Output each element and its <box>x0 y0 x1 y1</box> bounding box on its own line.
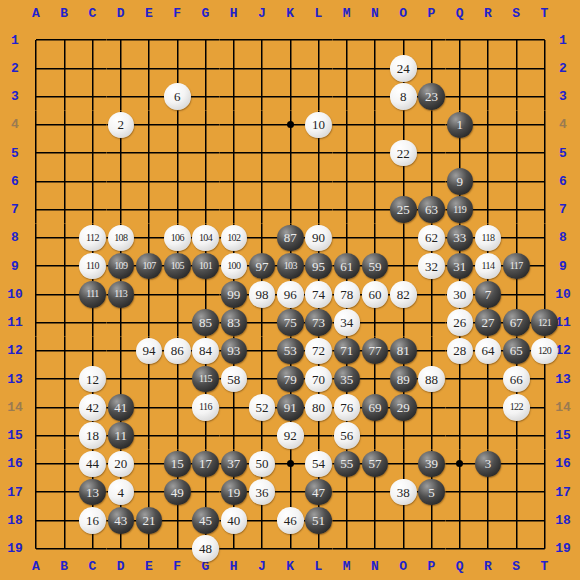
stone-41-D14[interactable]: 41 <box>108 394 135 421</box>
intersection-Q3[interactable] <box>446 82 474 110</box>
intersection-J3[interactable] <box>248 82 276 110</box>
stone-55-M16[interactable]: 55 <box>334 451 361 478</box>
stone-99-H10[interactable]: 99 <box>221 281 248 308</box>
intersection-A19[interactable] <box>22 534 50 562</box>
intersection-C10[interactable]: 111 <box>78 280 106 308</box>
stone-39-P16[interactable]: 39 <box>418 451 445 478</box>
intersection-C14[interactable]: 42 <box>78 393 106 421</box>
intersection-O5[interactable]: 22 <box>389 139 417 167</box>
intersection-R11[interactable]: 27 <box>474 308 502 336</box>
stone-37-H16[interactable]: 37 <box>221 451 248 478</box>
intersection-M2[interactable] <box>333 54 361 82</box>
intersection-T17[interactable] <box>530 478 558 506</box>
stone-22-O5[interactable]: 22 <box>390 140 417 167</box>
intersection-B8[interactable] <box>50 224 78 252</box>
intersection-H17[interactable]: 19 <box>220 478 248 506</box>
intersection-B7[interactable] <box>50 195 78 223</box>
intersection-E13[interactable] <box>135 365 163 393</box>
intersection-F9[interactable]: 105 <box>163 252 191 280</box>
intersection-N9[interactable]: 59 <box>361 252 389 280</box>
intersection-F5[interactable] <box>163 139 191 167</box>
intersection-L12[interactable]: 72 <box>304 337 332 365</box>
intersection-O3[interactable]: 8 <box>389 82 417 110</box>
intersection-G14[interactable]: 116 <box>191 393 219 421</box>
stone-31-Q9[interactable]: 31 <box>447 253 474 280</box>
intersection-E2[interactable] <box>135 54 163 82</box>
intersection-O19[interactable] <box>389 534 417 562</box>
intersection-O10[interactable]: 82 <box>389 280 417 308</box>
stone-18-C15[interactable]: 18 <box>79 422 106 449</box>
stone-27-R11[interactable]: 27 <box>475 309 502 336</box>
intersection-S5[interactable] <box>502 139 530 167</box>
intersection-M8[interactable] <box>333 224 361 252</box>
intersection-H13[interactable]: 58 <box>220 365 248 393</box>
stone-78-M10[interactable]: 78 <box>334 281 361 308</box>
stone-8-O3[interactable]: 8 <box>390 83 417 110</box>
intersection-J13[interactable] <box>248 365 276 393</box>
intersection-Q5[interactable] <box>446 139 474 167</box>
intersection-T15[interactable] <box>530 421 558 449</box>
stone-1-Q4[interactable]: 1 <box>447 112 474 139</box>
stone-46-K18[interactable]: 46 <box>277 507 304 534</box>
intersection-L7[interactable] <box>304 195 332 223</box>
intersection-O6[interactable] <box>389 167 417 195</box>
stone-117-S9[interactable]: 117 <box>503 253 530 280</box>
intersection-P1[interactable] <box>417 26 445 54</box>
stone-20-D16[interactable]: 20 <box>108 451 135 478</box>
stone-108-D8[interactable]: 108 <box>108 225 135 252</box>
intersection-J19[interactable] <box>248 534 276 562</box>
intersection-J5[interactable] <box>248 139 276 167</box>
intersection-Q16[interactable] <box>446 450 474 478</box>
intersection-L2[interactable] <box>304 54 332 82</box>
intersection-B4[interactable] <box>50 111 78 139</box>
stone-58-H13[interactable]: 58 <box>221 366 248 393</box>
intersection-H15[interactable] <box>220 421 248 449</box>
intersection-A4[interactable] <box>22 111 50 139</box>
stone-51-L18[interactable]: 51 <box>305 507 332 534</box>
stone-96-K10[interactable]: 96 <box>277 281 304 308</box>
stone-50-J16[interactable]: 50 <box>249 451 276 478</box>
intersection-F6[interactable] <box>163 167 191 195</box>
stone-13-C17[interactable]: 13 <box>79 479 106 506</box>
intersection-T10[interactable] <box>530 280 558 308</box>
intersection-J8[interactable] <box>248 224 276 252</box>
intersection-T16[interactable] <box>530 450 558 478</box>
stone-114-R9[interactable]: 114 <box>475 253 502 280</box>
intersection-P19[interactable] <box>417 534 445 562</box>
intersection-M5[interactable] <box>333 139 361 167</box>
intersection-A2[interactable] <box>22 54 50 82</box>
intersection-M4[interactable] <box>333 111 361 139</box>
intersection-E16[interactable] <box>135 450 163 478</box>
intersection-T8[interactable] <box>530 224 558 252</box>
intersection-C9[interactable]: 110 <box>78 252 106 280</box>
intersection-Q1[interactable] <box>446 26 474 54</box>
intersection-M13[interactable]: 35 <box>333 365 361 393</box>
stone-70-L13[interactable]: 70 <box>305 366 332 393</box>
intersection-P2[interactable] <box>417 54 445 82</box>
stone-113-D10[interactable]: 113 <box>108 281 135 308</box>
intersection-P5[interactable] <box>417 139 445 167</box>
intersection-C18[interactable]: 16 <box>78 506 106 534</box>
intersection-H2[interactable] <box>220 54 248 82</box>
intersection-A5[interactable] <box>22 139 50 167</box>
intersection-E4[interactable] <box>135 111 163 139</box>
intersection-S13[interactable]: 66 <box>502 365 530 393</box>
intersection-P12[interactable] <box>417 337 445 365</box>
intersection-Q15[interactable] <box>446 421 474 449</box>
intersection-E11[interactable] <box>135 308 163 336</box>
intersection-F1[interactable] <box>163 26 191 54</box>
intersection-L4[interactable]: 10 <box>304 111 332 139</box>
intersection-L6[interactable] <box>304 167 332 195</box>
intersection-B19[interactable] <box>50 534 78 562</box>
intersection-R1[interactable] <box>474 26 502 54</box>
intersection-H5[interactable] <box>220 139 248 167</box>
intersection-C17[interactable]: 13 <box>78 478 106 506</box>
intersection-R3[interactable] <box>474 82 502 110</box>
stone-121-T11[interactable]: 121 <box>531 309 558 336</box>
intersection-A10[interactable] <box>22 280 50 308</box>
stone-35-M13[interactable]: 35 <box>334 366 361 393</box>
intersection-F10[interactable] <box>163 280 191 308</box>
intersection-G7[interactable] <box>191 195 219 223</box>
intersection-J10[interactable]: 98 <box>248 280 276 308</box>
stone-56-M15[interactable]: 56 <box>334 422 361 449</box>
intersection-E7[interactable] <box>135 195 163 223</box>
intersection-A17[interactable] <box>22 478 50 506</box>
stone-101-G9[interactable]: 101 <box>192 253 219 280</box>
intersection-E8[interactable] <box>135 224 163 252</box>
stone-6-F3[interactable]: 6 <box>164 83 191 110</box>
intersection-B5[interactable] <box>50 139 78 167</box>
intersection-C2[interactable] <box>78 54 106 82</box>
intersection-B3[interactable] <box>50 82 78 110</box>
intersection-K16[interactable] <box>276 450 304 478</box>
intersection-C19[interactable] <box>78 534 106 562</box>
intersection-Q4[interactable]: 1 <box>446 111 474 139</box>
intersection-B1[interactable] <box>50 26 78 54</box>
intersection-D2[interactable] <box>107 54 135 82</box>
stone-61-M9[interactable]: 61 <box>334 253 361 280</box>
stone-115-G13[interactable]: 115 <box>192 366 219 393</box>
intersection-J16[interactable]: 50 <box>248 450 276 478</box>
intersection-L11[interactable]: 73 <box>304 308 332 336</box>
intersection-P3[interactable]: 23 <box>417 82 445 110</box>
stone-119-Q7[interactable]: 119 <box>447 196 474 223</box>
intersection-D10[interactable]: 113 <box>107 280 135 308</box>
intersection-N10[interactable]: 60 <box>361 280 389 308</box>
intersection-M12[interactable]: 71 <box>333 337 361 365</box>
intersection-G4[interactable] <box>191 111 219 139</box>
intersection-O14[interactable]: 29 <box>389 393 417 421</box>
intersection-P17[interactable]: 5 <box>417 478 445 506</box>
intersection-N5[interactable] <box>361 139 389 167</box>
stone-54-L16[interactable]: 54 <box>305 451 332 478</box>
intersection-S1[interactable] <box>502 26 530 54</box>
intersection-F3[interactable]: 6 <box>163 82 191 110</box>
intersection-R18[interactable] <box>474 506 502 534</box>
intersection-T11[interactable]: 121 <box>530 308 558 336</box>
intersection-F7[interactable] <box>163 195 191 223</box>
stone-36-J17[interactable]: 36 <box>249 479 276 506</box>
intersection-D1[interactable] <box>107 26 135 54</box>
intersection-A3[interactable] <box>22 82 50 110</box>
intersection-H12[interactable]: 93 <box>220 337 248 365</box>
intersection-B18[interactable] <box>50 506 78 534</box>
stone-48-G19[interactable]: 48 <box>192 535 219 562</box>
intersection-O4[interactable] <box>389 111 417 139</box>
intersection-S17[interactable] <box>502 478 530 506</box>
stone-29-O14[interactable]: 29 <box>390 394 417 421</box>
intersection-H16[interactable]: 37 <box>220 450 248 478</box>
intersection-F15[interactable] <box>163 421 191 449</box>
intersection-H4[interactable] <box>220 111 248 139</box>
intersection-T14[interactable] <box>530 393 558 421</box>
intersection-D16[interactable]: 20 <box>107 450 135 478</box>
intersection-H14[interactable] <box>220 393 248 421</box>
intersection-D17[interactable]: 4 <box>107 478 135 506</box>
stone-34-M11[interactable]: 34 <box>334 309 361 336</box>
intersection-S9[interactable]: 117 <box>502 252 530 280</box>
stone-62-P8[interactable]: 62 <box>418 225 445 252</box>
stone-74-L10[interactable]: 74 <box>305 281 332 308</box>
intersection-G15[interactable] <box>191 421 219 449</box>
intersection-S14[interactable]: 122 <box>502 393 530 421</box>
intersection-T3[interactable] <box>530 82 558 110</box>
stone-59-N9[interactable]: 59 <box>362 253 389 280</box>
intersection-N1[interactable] <box>361 26 389 54</box>
intersection-C6[interactable] <box>78 167 106 195</box>
stone-42-C14[interactable]: 42 <box>79 394 106 421</box>
intersection-S11[interactable]: 67 <box>502 308 530 336</box>
stone-4-D17[interactable]: 4 <box>108 479 135 506</box>
intersection-G11[interactable]: 85 <box>191 308 219 336</box>
intersection-N19[interactable] <box>361 534 389 562</box>
intersection-R2[interactable] <box>474 54 502 82</box>
intersection-P14[interactable] <box>417 393 445 421</box>
intersection-K14[interactable]: 91 <box>276 393 304 421</box>
stone-57-N16[interactable]: 57 <box>362 451 389 478</box>
stone-9-Q6[interactable]: 9 <box>447 168 474 195</box>
intersection-K11[interactable]: 75 <box>276 308 304 336</box>
intersection-F11[interactable] <box>163 308 191 336</box>
intersection-S15[interactable] <box>502 421 530 449</box>
intersection-Q10[interactable]: 30 <box>446 280 474 308</box>
intersection-P8[interactable]: 62 <box>417 224 445 252</box>
stone-15-F16[interactable]: 15 <box>164 451 191 478</box>
intersection-R4[interactable] <box>474 111 502 139</box>
intersection-K10[interactable]: 96 <box>276 280 304 308</box>
intersection-H11[interactable]: 83 <box>220 308 248 336</box>
intersection-S6[interactable] <box>502 167 530 195</box>
stone-97-J9[interactable]: 97 <box>249 253 276 280</box>
intersection-F13[interactable] <box>163 365 191 393</box>
stone-30-Q10[interactable]: 30 <box>447 281 474 308</box>
stone-72-L12[interactable]: 72 <box>305 338 332 365</box>
intersection-F8[interactable]: 106 <box>163 224 191 252</box>
intersection-F12[interactable]: 86 <box>163 337 191 365</box>
intersection-Q6[interactable]: 9 <box>446 167 474 195</box>
stone-24-O2[interactable]: 24 <box>390 55 417 82</box>
intersection-G10[interactable] <box>191 280 219 308</box>
intersection-S16[interactable] <box>502 450 530 478</box>
stone-49-F17[interactable]: 49 <box>164 479 191 506</box>
intersection-L1[interactable] <box>304 26 332 54</box>
stone-120-T12[interactable]: 120 <box>531 338 558 365</box>
intersection-A15[interactable] <box>22 421 50 449</box>
intersection-A11[interactable] <box>22 308 50 336</box>
intersection-R13[interactable] <box>474 365 502 393</box>
intersection-R10[interactable]: 7 <box>474 280 502 308</box>
intersection-L8[interactable]: 90 <box>304 224 332 252</box>
stone-87-K8[interactable]: 87 <box>277 225 304 252</box>
stone-92-K15[interactable]: 92 <box>277 422 304 449</box>
intersection-H7[interactable] <box>220 195 248 223</box>
intersection-N3[interactable] <box>361 82 389 110</box>
stone-111-C10[interactable]: 111 <box>79 281 106 308</box>
stone-32-P9[interactable]: 32 <box>418 253 445 280</box>
intersection-R16[interactable]: 3 <box>474 450 502 478</box>
intersection-B9[interactable] <box>50 252 78 280</box>
intersection-S10[interactable] <box>502 280 530 308</box>
stone-63-P7[interactable]: 63 <box>418 196 445 223</box>
intersection-S19[interactable] <box>502 534 530 562</box>
intersection-N17[interactable] <box>361 478 389 506</box>
intersection-N8[interactable] <box>361 224 389 252</box>
intersection-O16[interactable] <box>389 450 417 478</box>
intersection-H8[interactable]: 102 <box>220 224 248 252</box>
intersection-C3[interactable] <box>78 82 106 110</box>
stone-71-M12[interactable]: 71 <box>334 338 361 365</box>
stone-17-G16[interactable]: 17 <box>192 451 219 478</box>
intersection-G16[interactable]: 17 <box>191 450 219 478</box>
intersection-B17[interactable] <box>50 478 78 506</box>
intersection-H9[interactable]: 100 <box>220 252 248 280</box>
intersection-R12[interactable]: 64 <box>474 337 502 365</box>
stone-84-G12[interactable]: 84 <box>192 338 219 365</box>
intersection-E1[interactable] <box>135 26 163 54</box>
stone-82-O10[interactable]: 82 <box>390 281 417 308</box>
intersection-H19[interactable] <box>220 534 248 562</box>
intersection-L10[interactable]: 74 <box>304 280 332 308</box>
intersection-T13[interactable] <box>530 365 558 393</box>
intersection-A13[interactable] <box>22 365 50 393</box>
intersection-B16[interactable] <box>50 450 78 478</box>
intersection-M17[interactable] <box>333 478 361 506</box>
intersection-L3[interactable] <box>304 82 332 110</box>
intersection-C7[interactable] <box>78 195 106 223</box>
intersection-N6[interactable] <box>361 167 389 195</box>
intersection-G17[interactable] <box>191 478 219 506</box>
stone-53-K12[interactable]: 53 <box>277 338 304 365</box>
intersection-G6[interactable] <box>191 167 219 195</box>
intersection-L18[interactable]: 51 <box>304 506 332 534</box>
intersection-Q13[interactable] <box>446 365 474 393</box>
intersection-K15[interactable]: 92 <box>276 421 304 449</box>
intersection-P6[interactable] <box>417 167 445 195</box>
stone-38-O17[interactable]: 38 <box>390 479 417 506</box>
intersection-E9[interactable]: 107 <box>135 252 163 280</box>
stone-2-D4[interactable]: 2 <box>108 112 135 139</box>
intersection-N2[interactable] <box>361 54 389 82</box>
intersection-E18[interactable]: 21 <box>135 506 163 534</box>
intersection-A1[interactable] <box>22 26 50 54</box>
stone-112-C8[interactable]: 112 <box>79 225 106 252</box>
stone-67-S11[interactable]: 67 <box>503 309 530 336</box>
stone-43-D18[interactable]: 43 <box>108 507 135 534</box>
intersection-S8[interactable] <box>502 224 530 252</box>
stone-116-G14[interactable]: 116 <box>192 394 219 421</box>
intersection-D13[interactable] <box>107 365 135 393</box>
intersection-P16[interactable]: 39 <box>417 450 445 478</box>
intersection-P10[interactable] <box>417 280 445 308</box>
intersection-G8[interactable]: 104 <box>191 224 219 252</box>
intersection-R14[interactable] <box>474 393 502 421</box>
intersection-P7[interactable]: 63 <box>417 195 445 223</box>
stone-5-P17[interactable]: 5 <box>418 479 445 506</box>
stone-93-H12[interactable]: 93 <box>221 338 248 365</box>
intersection-O8[interactable] <box>389 224 417 252</box>
intersection-B14[interactable] <box>50 393 78 421</box>
intersection-L16[interactable]: 54 <box>304 450 332 478</box>
intersection-B10[interactable] <box>50 280 78 308</box>
intersection-S2[interactable] <box>502 54 530 82</box>
intersection-J18[interactable] <box>248 506 276 534</box>
stone-81-O12[interactable]: 81 <box>390 338 417 365</box>
intersection-O7[interactable]: 25 <box>389 195 417 223</box>
intersection-M19[interactable] <box>333 534 361 562</box>
intersection-K7[interactable] <box>276 195 304 223</box>
stone-122-S14[interactable]: 122 <box>503 394 530 421</box>
intersection-Q19[interactable] <box>446 534 474 562</box>
intersection-J2[interactable] <box>248 54 276 82</box>
stone-75-K11[interactable]: 75 <box>277 309 304 336</box>
stone-3-R16[interactable]: 3 <box>475 451 502 478</box>
intersection-E6[interactable] <box>135 167 163 195</box>
stone-105-F9[interactable]: 105 <box>164 253 191 280</box>
intersection-P18[interactable] <box>417 506 445 534</box>
intersection-G19[interactable]: 48 <box>191 534 219 562</box>
stone-60-N10[interactable]: 60 <box>362 281 389 308</box>
stone-118-R8[interactable]: 118 <box>475 225 502 252</box>
intersection-B2[interactable] <box>50 54 78 82</box>
intersection-D3[interactable] <box>107 82 135 110</box>
intersection-D14[interactable]: 41 <box>107 393 135 421</box>
stone-76-M14[interactable]: 76 <box>334 394 361 421</box>
intersection-T5[interactable] <box>530 139 558 167</box>
intersection-G9[interactable]: 101 <box>191 252 219 280</box>
intersection-L17[interactable]: 47 <box>304 478 332 506</box>
intersection-Q2[interactable] <box>446 54 474 82</box>
intersection-G1[interactable] <box>191 26 219 54</box>
intersection-A8[interactable] <box>22 224 50 252</box>
intersection-Q8[interactable]: 33 <box>446 224 474 252</box>
intersection-H1[interactable] <box>220 26 248 54</box>
intersection-C13[interactable]: 12 <box>78 365 106 393</box>
intersection-N12[interactable]: 77 <box>361 337 389 365</box>
intersection-A7[interactable] <box>22 195 50 223</box>
intersection-M3[interactable] <box>333 82 361 110</box>
stone-104-G8[interactable]: 104 <box>192 225 219 252</box>
intersection-K13[interactable]: 79 <box>276 365 304 393</box>
intersection-C12[interactable] <box>78 337 106 365</box>
intersection-C4[interactable] <box>78 111 106 139</box>
intersection-C5[interactable] <box>78 139 106 167</box>
intersection-E17[interactable] <box>135 478 163 506</box>
intersection-N13[interactable] <box>361 365 389 393</box>
